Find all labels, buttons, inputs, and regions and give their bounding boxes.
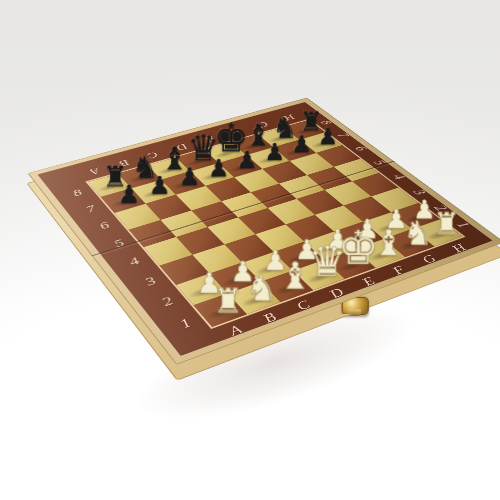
rank-label: 2: [158, 294, 177, 309]
painted-border: ABCDEFGH ABCDEFGH 87654321 87654321 ♜♞♝♛…: [38, 102, 493, 356]
piece-black-pawn: ♟: [149, 173, 171, 198]
file-label: G: [418, 252, 440, 265]
piece-white-knight: ♞: [246, 271, 278, 307]
rank-label: 4: [389, 173, 409, 182]
piece-white-rook: ♜: [433, 209, 460, 239]
rank-label: 3: [142, 274, 160, 288]
file-label: B: [259, 310, 280, 325]
squares-frame: ♜♞♝♛♚♝♞♜♟♟♟♟♟♟♟♟♟♟♟♟♟♟♟♟♜♞♝♛♚♝♞♜: [85, 119, 465, 329]
file-label: D: [325, 286, 347, 301]
file-label: C: [292, 298, 313, 313]
piece-white-rook: ♜: [213, 285, 243, 319]
file-label: E: [358, 274, 379, 288]
piece-black-pawn: ♟: [264, 140, 285, 163]
piece-white-queen: ♛: [308, 240, 346, 282]
piece-black-pawn: ♟: [236, 148, 257, 172]
rank-label: 1: [176, 316, 196, 332]
piece-white-knight: ♞: [403, 217, 433, 250]
product-photo: ABCDEFGH ABCDEFGH 87654321 87654321 ♜♞♝♛…: [0, 0, 500, 500]
piece-black-pawn: ♟: [208, 156, 230, 180]
square: [191, 201, 238, 227]
file-label: F: [388, 263, 409, 276]
square: [161, 210, 208, 236]
rank-label: 8: [70, 188, 85, 199]
rank-label: 4: [126, 255, 143, 269]
chess-board: ABCDEFGH ABCDEFGH 87654321 87654321 ♜♞♝♛…: [28, 98, 500, 365]
rank-label: 6: [351, 145, 371, 153]
piece-black-pawn: ♟: [318, 125, 339, 148]
board-face: ABCDEFGH ABCDEFGH 87654321 87654321 ♜♞♝♛…: [28, 98, 500, 365]
rank-label: 7: [83, 203, 99, 215]
file-label: A: [87, 166, 102, 176]
piece-black-pawn: ♟: [291, 133, 312, 156]
piece-black-pawn: ♟: [118, 182, 140, 207]
file-label: A: [225, 322, 246, 338]
file-label: H: [448, 242, 470, 255]
rank-label: 6: [97, 220, 113, 232]
piece-white-bishop: ♝: [278, 257, 311, 294]
piece-black-pawn: ♟: [179, 165, 201, 189]
scene: ABCDEFGH ABCDEFGH 87654321 87654321 ♜♞♝♛…: [0, 0, 500, 500]
